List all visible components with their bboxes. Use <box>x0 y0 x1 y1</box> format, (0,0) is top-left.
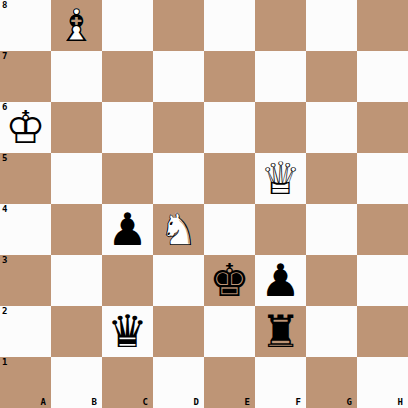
pawn-glyph: ♟ <box>255 255 306 306</box>
square-d3[interactable] <box>153 255 204 306</box>
square-a3[interactable]: 3 <box>0 255 51 306</box>
square-g4[interactable] <box>306 204 357 255</box>
square-h4[interactable] <box>357 204 408 255</box>
square-b1[interactable]: B <box>51 357 102 408</box>
square-d5[interactable] <box>153 153 204 204</box>
square-h6[interactable] <box>357 102 408 153</box>
chess-board: 8♝♗76♚♔5♛♕4♟♞♘3♚♟2♛♜1ABCDEFGH <box>0 0 408 408</box>
square-g2[interactable] <box>306 306 357 357</box>
rank-label-5: 5 <box>2 154 7 163</box>
square-d8[interactable] <box>153 0 204 51</box>
file-label-g: G <box>347 398 352 407</box>
file-label-f: F <box>296 398 301 407</box>
square-f1[interactable]: F <box>255 357 306 408</box>
square-c5[interactable] <box>102 153 153 204</box>
square-f3[interactable]: ♟ <box>255 255 306 306</box>
piece-white-bishop-b8[interactable]: ♝♗ <box>51 0 102 51</box>
square-e6[interactable] <box>204 102 255 153</box>
square-c2[interactable]: ♛ <box>102 306 153 357</box>
rank-label-3: 3 <box>2 256 7 265</box>
bishop-glyph-outline: ♗ <box>51 0 102 51</box>
square-h3[interactable] <box>357 255 408 306</box>
square-e8[interactable] <box>204 0 255 51</box>
chess-diagram: 8♝♗76♚♔5♛♕4♟♞♘3♚♟2♛♜1ABCDEFGH <box>0 0 408 408</box>
square-d1[interactable]: D <box>153 357 204 408</box>
square-e5[interactable] <box>204 153 255 204</box>
square-e4[interactable] <box>204 204 255 255</box>
rank-label-2: 2 <box>2 307 7 316</box>
square-e7[interactable] <box>204 51 255 102</box>
piece-white-king-a6[interactable]: ♚♔ <box>0 102 51 153</box>
square-a6[interactable]: 6♚♔ <box>0 102 51 153</box>
rank-label-6: 6 <box>2 103 7 112</box>
square-g6[interactable] <box>306 102 357 153</box>
piece-white-knight-d4[interactable]: ♞♘ <box>153 204 204 255</box>
knight-glyph-outline: ♘ <box>153 204 204 255</box>
square-c3[interactable] <box>102 255 153 306</box>
king-glyph-outline: ♔ <box>0 102 51 153</box>
square-b3[interactable] <box>51 255 102 306</box>
square-f5[interactable]: ♛♕ <box>255 153 306 204</box>
pawn-glyph: ♟ <box>102 204 153 255</box>
piece-black-king-e3[interactable]: ♚ <box>204 255 255 306</box>
file-label-h: H <box>398 398 403 407</box>
square-h7[interactable] <box>357 51 408 102</box>
square-h1[interactable]: H <box>357 357 408 408</box>
file-label-d: D <box>194 398 199 407</box>
square-a5[interactable]: 5 <box>0 153 51 204</box>
square-a8[interactable]: 8 <box>0 0 51 51</box>
file-label-a: A <box>41 398 46 407</box>
king-glyph: ♚ <box>204 255 255 306</box>
square-c7[interactable] <box>102 51 153 102</box>
rook-glyph: ♜ <box>255 306 306 357</box>
square-g3[interactable] <box>306 255 357 306</box>
square-a4[interactable]: 4 <box>0 204 51 255</box>
square-g8[interactable] <box>306 0 357 51</box>
square-e1[interactable]: E <box>204 357 255 408</box>
square-d6[interactable] <box>153 102 204 153</box>
square-c4[interactable]: ♟ <box>102 204 153 255</box>
square-f7[interactable] <box>255 51 306 102</box>
file-label-c: C <box>143 398 148 407</box>
square-a7[interactable]: 7 <box>0 51 51 102</box>
square-b6[interactable] <box>51 102 102 153</box>
square-c1[interactable]: C <box>102 357 153 408</box>
file-label-e: E <box>245 398 250 407</box>
square-h5[interactable] <box>357 153 408 204</box>
square-d4[interactable]: ♞♘ <box>153 204 204 255</box>
rank-label-1: 1 <box>2 358 7 367</box>
square-g1[interactable]: G <box>306 357 357 408</box>
square-g7[interactable] <box>306 51 357 102</box>
square-h2[interactable] <box>357 306 408 357</box>
square-g5[interactable] <box>306 153 357 204</box>
square-d7[interactable] <box>153 51 204 102</box>
square-f2[interactable]: ♜ <box>255 306 306 357</box>
piece-black-queen-c2[interactable]: ♛ <box>102 306 153 357</box>
piece-black-pawn-c4[interactable]: ♟ <box>102 204 153 255</box>
square-a1[interactable]: 1A <box>0 357 51 408</box>
piece-black-pawn-f3[interactable]: ♟ <box>255 255 306 306</box>
square-b5[interactable] <box>51 153 102 204</box>
piece-black-rook-f2[interactable]: ♜ <box>255 306 306 357</box>
square-h8[interactable] <box>357 0 408 51</box>
square-b7[interactable] <box>51 51 102 102</box>
square-b2[interactable] <box>51 306 102 357</box>
square-b4[interactable] <box>51 204 102 255</box>
square-a2[interactable]: 2 <box>0 306 51 357</box>
rank-label-7: 7 <box>2 52 7 61</box>
square-e2[interactable] <box>204 306 255 357</box>
piece-white-queen-f5[interactable]: ♛♕ <box>255 153 306 204</box>
file-label-b: B <box>92 398 97 407</box>
square-e3[interactable]: ♚ <box>204 255 255 306</box>
queen-glyph-outline: ♕ <box>255 153 306 204</box>
queen-glyph: ♛ <box>102 306 153 357</box>
square-b8[interactable]: ♝♗ <box>51 0 102 51</box>
square-c8[interactable] <box>102 0 153 51</box>
square-f4[interactable] <box>255 204 306 255</box>
square-c6[interactable] <box>102 102 153 153</box>
rank-label-4: 4 <box>2 205 7 214</box>
square-d2[interactable] <box>153 306 204 357</box>
square-f8[interactable] <box>255 0 306 51</box>
square-f6[interactable] <box>255 102 306 153</box>
rank-label-8: 8 <box>2 1 7 10</box>
